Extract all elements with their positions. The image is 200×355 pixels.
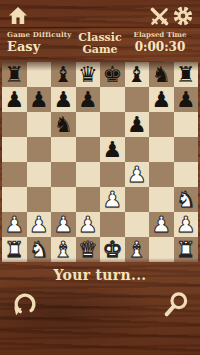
square-d8[interactable]: ♛ — [76, 62, 101, 87]
square-f7[interactable] — [125, 87, 150, 112]
square-d7[interactable]: ♟ — [76, 87, 101, 112]
square-h4[interactable] — [174, 162, 199, 187]
square-f5[interactable] — [125, 137, 150, 162]
magnifier-icon — [161, 290, 191, 320]
square-e3[interactable]: ♟ — [100, 187, 125, 212]
elapsed-time-value: 0:00:30 — [126, 40, 194, 54]
square-h6[interactable] — [174, 112, 199, 137]
square-a2[interactable]: ♟ — [2, 212, 27, 237]
piece-black-rook[interactable]: ♜ — [176, 62, 196, 87]
square-g5[interactable] — [149, 137, 174, 162]
square-c5[interactable] — [51, 137, 76, 162]
square-h8[interactable]: ♜ — [174, 62, 199, 87]
piece-white-bishop[interactable]: ♝ — [127, 237, 147, 262]
square-a7[interactable]: ♟ — [2, 87, 27, 112]
piece-black-king[interactable]: ♚ — [102, 62, 122, 87]
square-c1[interactable]: ♝ — [51, 237, 76, 262]
square-c4[interactable] — [51, 162, 76, 187]
square-b1[interactable]: ♞ — [27, 237, 52, 262]
square-h1[interactable]: ♜ — [174, 237, 199, 262]
piece-black-queen[interactable]: ♛ — [78, 62, 98, 87]
piece-black-pawn[interactable]: ♟ — [53, 87, 73, 112]
home-button[interactable] — [8, 6, 28, 26]
piece-black-rook[interactable]: ♜ — [4, 62, 24, 87]
square-a5[interactable] — [2, 137, 27, 162]
piece-white-knight[interactable]: ♞ — [176, 187, 196, 212]
piece-white-pawn[interactable]: ♟ — [102, 187, 122, 212]
piece-white-pawn[interactable]: ♟ — [78, 212, 98, 237]
square-f3[interactable] — [125, 187, 150, 212]
piece-white-pawn[interactable]: ♟ — [151, 212, 171, 237]
piece-white-bishop[interactable]: ♝ — [53, 237, 73, 262]
crossed-swords-icon — [149, 7, 170, 26]
piece-black-pawn[interactable]: ♟ — [176, 87, 196, 112]
piece-white-pawn[interactable]: ♟ — [53, 212, 73, 237]
piece-black-pawn[interactable]: ♟ — [151, 87, 171, 112]
turn-status-text: Your turn... — [0, 267, 200, 283]
square-e5[interactable]: ♟ — [100, 137, 125, 162]
square-a6[interactable] — [2, 112, 27, 137]
square-b3[interactable] — [27, 187, 52, 212]
square-a8[interactable]: ♜ — [2, 62, 27, 87]
square-d6[interactable] — [76, 112, 101, 137]
square-h7[interactable]: ♟ — [174, 87, 199, 112]
piece-black-pawn[interactable]: ♟ — [4, 87, 24, 112]
square-b6[interactable] — [27, 112, 52, 137]
piece-white-pawn[interactable]: ♟ — [29, 212, 49, 237]
square-d3[interactable] — [76, 187, 101, 212]
square-d5[interactable] — [76, 137, 101, 162]
square-b2[interactable]: ♟ — [27, 212, 52, 237]
square-e2[interactable] — [100, 212, 125, 237]
square-d2[interactable]: ♟ — [76, 212, 101, 237]
square-f6[interactable]: ♟ — [125, 112, 150, 137]
settings-button[interactable] — [172, 5, 194, 27]
square-c2[interactable]: ♟ — [51, 212, 76, 237]
square-h2[interactable]: ♟ — [174, 212, 199, 237]
piece-black-bishop[interactable]: ♝ — [127, 62, 147, 87]
square-e6[interactable] — [100, 112, 125, 137]
square-d4[interactable] — [76, 162, 101, 187]
piece-white-pawn[interactable]: ♟ — [176, 212, 196, 237]
chess-app-screen: Game Difficulty Easy Classic Game Elapse… — [0, 0, 200, 355]
home-icon — [8, 6, 28, 26]
undo-icon — [10, 290, 40, 320]
square-g3[interactable] — [149, 187, 174, 212]
square-h5[interactable] — [174, 137, 199, 162]
piece-black-pawn[interactable]: ♟ — [102, 137, 122, 162]
square-b4[interactable] — [27, 162, 52, 187]
piece-white-pawn[interactable]: ♟ — [4, 212, 24, 237]
piece-black-bishop[interactable]: ♝ — [53, 62, 73, 87]
square-c6[interactable]: ♞ — [51, 112, 76, 137]
square-g2[interactable]: ♟ — [149, 212, 174, 237]
piece-black-knight[interactable]: ♞ — [53, 112, 73, 137]
chess-board[interactable]: ♜♝♛♚♝♞♜♟♟♟♟♟♟♞♟♟♟♟♞♟♟♟♟♟♟♜♞♝♛♚♝♜ — [2, 62, 198, 262]
square-b5[interactable] — [27, 137, 52, 162]
square-c8[interactable]: ♝ — [51, 62, 76, 87]
piece-black-knight[interactable]: ♞ — [151, 62, 171, 87]
square-a1[interactable]: ♜ — [2, 237, 27, 262]
square-h3[interactable]: ♞ — [174, 187, 199, 212]
square-f4[interactable]: ♟ — [125, 162, 150, 187]
square-g6[interactable] — [149, 112, 174, 137]
undo-button[interactable] — [10, 290, 40, 320]
zoom-button[interactable] — [161, 290, 191, 320]
piece-white-king[interactable]: ♚ — [102, 237, 122, 262]
piece-black-pawn[interactable]: ♟ — [29, 87, 49, 112]
piece-white-queen[interactable]: ♛ — [78, 237, 98, 262]
square-g1[interactable] — [149, 237, 174, 262]
square-f2[interactable] — [125, 212, 150, 237]
piece-white-rook[interactable]: ♜ — [176, 237, 196, 262]
square-g8[interactable]: ♞ — [149, 62, 174, 87]
piece-black-pawn[interactable]: ♟ — [127, 112, 147, 137]
elapsed-time-block: Elapsed Time 0:00:30 — [126, 30, 194, 54]
piece-white-knight[interactable]: ♞ — [29, 237, 49, 262]
square-a3[interactable] — [2, 187, 27, 212]
elapsed-time-label: Elapsed Time — [126, 30, 194, 39]
square-g7[interactable]: ♟ — [149, 87, 174, 112]
piece-black-pawn[interactable]: ♟ — [78, 87, 98, 112]
square-d1[interactable]: ♛ — [76, 237, 101, 262]
piece-white-pawn[interactable]: ♟ — [127, 162, 147, 187]
square-e7[interactable] — [100, 87, 125, 112]
gear-icon — [172, 5, 194, 27]
square-b7[interactable]: ♟ — [27, 87, 52, 112]
square-c7[interactable]: ♟ — [51, 87, 76, 112]
square-a4[interactable] — [2, 162, 27, 187]
square-b8[interactable] — [27, 62, 52, 87]
square-g4[interactable] — [149, 162, 174, 187]
new-game-button[interactable] — [149, 7, 170, 26]
square-e4[interactable] — [100, 162, 125, 187]
square-e1[interactable]: ♚ — [100, 237, 125, 262]
square-c3[interactable] — [51, 187, 76, 212]
square-f1[interactable]: ♝ — [125, 237, 150, 262]
piece-white-rook[interactable]: ♜ — [4, 237, 24, 262]
square-e8[interactable]: ♚ — [100, 62, 125, 87]
square-f8[interactable]: ♝ — [125, 62, 150, 87]
